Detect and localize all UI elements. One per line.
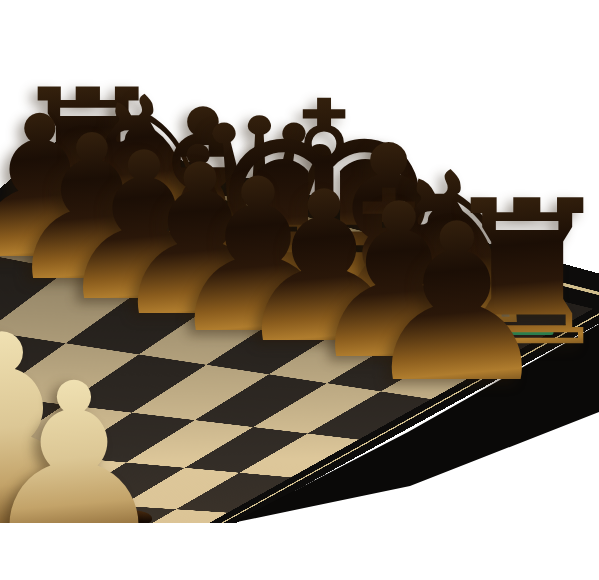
dark-pawn-h7: ♟	[360, 195, 555, 412]
photo-crop-mask	[0, 523, 599, 580]
chess-set-product-photo: ♜♞♝♛♚♝♞♜♟♟♟♟♟♟♟♟♟♟	[0, 0, 599, 580]
